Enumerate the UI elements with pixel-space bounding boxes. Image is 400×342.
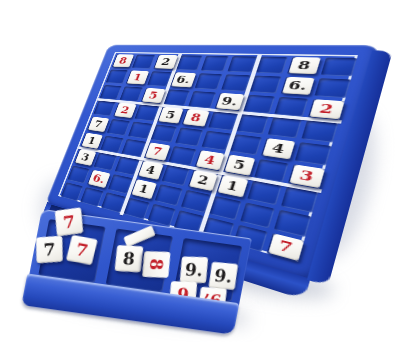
board-cell-r5c9[interactable] [295, 142, 332, 165]
board-cell-r5c7[interactable] [230, 134, 262, 155]
board-cell-r2c1[interactable] [106, 70, 128, 84]
drawer-tile-9[interactable]: 9. [209, 262, 239, 290]
board-cell-r8c5[interactable] [155, 184, 183, 206]
board-cell-r8c9[interactable] [274, 210, 311, 237]
board-cell-r1c9[interactable] [321, 58, 357, 77]
board-tile-1-r2c2[interactable]: 1 [126, 70, 148, 84]
board-cell-r3c2[interactable] [120, 86, 143, 101]
board-cell-r3c5[interactable] [188, 91, 216, 108]
board-cell-r5c5[interactable] [175, 127, 203, 146]
board-cell-r3c8[interactable] [274, 97, 308, 117]
drawer-tile-7[interactable]: 7 [55, 207, 83, 236]
board-cell-r8c7[interactable] [209, 196, 241, 220]
board-cell-r2c5[interactable] [195, 73, 223, 90]
board-tile-7-r6c4[interactable]: 7 [145, 142, 170, 160]
board-tile-2-r3c9[interactable]: 2 [309, 99, 344, 119]
board-cell-r1c2[interactable] [132, 55, 155, 69]
board-cell-r5c2[interactable] [107, 119, 130, 136]
board-cell-r4c7[interactable] [237, 114, 269, 134]
board-tile-4-r5c8[interactable]: 4 [262, 138, 295, 159]
board-cell-r8c1[interactable] [67, 166, 89, 184]
board-tile-6-r2c8[interactable]: 6. [282, 76, 314, 94]
board-tile-2-r4c2[interactable]: 2 [114, 102, 136, 117]
drawer-tile-8[interactable]: 8 [115, 245, 144, 272]
board-tile-6-r2c4[interactable]: 6. [171, 72, 196, 87]
board-cell-r8c8[interactable] [240, 203, 275, 229]
board-cell-r4c8[interactable] [268, 117, 302, 138]
board-cell-r4c1[interactable] [93, 101, 115, 117]
board-cell-r2c9[interactable] [314, 78, 350, 98]
drawer-tile-9[interactable]: 9. [180, 256, 208, 283]
board-tile-8-r1c1[interactable]: 8 [113, 54, 134, 67]
board-cell-r3c1[interactable] [100, 85, 122, 100]
board-cell-r3c7[interactable] [243, 95, 275, 114]
board-cell-r2c7[interactable] [250, 76, 282, 94]
sudoku-game-photo: 82816.6.59.2258741745334216.17 777889.9.… [0, 0, 400, 342]
drawer-tile-7[interactable]: 7 [36, 236, 63, 264]
board-tile-5-r4c4[interactable]: 5 [158, 106, 183, 123]
board-tile-8-r1c8[interactable]: 8 [288, 57, 320, 74]
board-cell-r7c2[interactable] [94, 153, 117, 171]
drawer-tile-8[interactable]: 8 [142, 251, 170, 278]
board-cell-r1c7[interactable] [256, 57, 288, 74]
board-cell-r1c5[interactable] [201, 56, 229, 72]
board-cell-r4c9[interactable] [301, 120, 338, 142]
